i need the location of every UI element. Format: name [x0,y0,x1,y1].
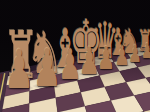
pieces-layer: ♜♟♞♟♝♟♛♟♚♟♝♟♞♟♜♟ [0,0,150,112]
piece-white-pawn-h2: ♟ [4,43,34,97]
piece-white-pawn-a2: ♟ [141,41,150,62]
chess-photo-scene: ♜♟♞♟♝♟♛♟♚♟♝♟♞♟♜♟ [0,0,150,112]
piece-white-pawn-b2: ♟ [128,42,141,66]
